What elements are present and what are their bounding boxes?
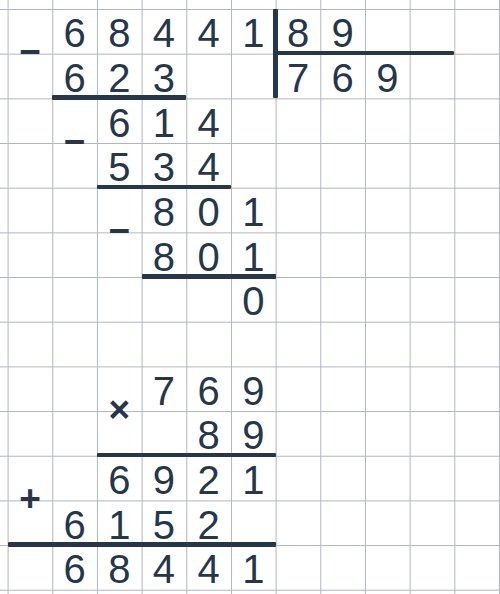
- digit-r8-c5: 9: [231, 366, 276, 411]
- digit-r1-c2: 2: [97, 54, 142, 99]
- digit-r11-c3: 5: [142, 500, 187, 545]
- minus-sign-step2: −: [52, 119, 97, 164]
- digit-r3-c2: 5: [97, 143, 142, 188]
- digit-r4-c3: 8: [142, 188, 187, 233]
- digit-r11-c4: 2: [186, 500, 231, 545]
- digit-r8-c4: 6: [186, 366, 231, 411]
- digit-r1-c7: 6: [320, 54, 365, 99]
- underline-801: [142, 274, 276, 279]
- digit-r2-c3: 1: [142, 98, 187, 143]
- digit-r10-c5: 1: [231, 456, 276, 501]
- digit-r5-c5: 1: [231, 232, 276, 277]
- underline-534: [97, 185, 231, 190]
- digit-r12-c4: 4: [186, 545, 231, 590]
- digit-r2-c2: 6: [97, 98, 142, 143]
- digit-r3-c4: 4: [186, 143, 231, 188]
- digit-r4-c5: 1: [231, 188, 276, 233]
- minus-sign-step1: −: [8, 29, 53, 74]
- digit-r1-c8: 9: [365, 54, 410, 99]
- digit-r0-c3: 4: [142, 9, 187, 54]
- digit-r10-c4: 2: [186, 456, 231, 501]
- digit-r0-c7: 9: [320, 9, 365, 54]
- underline-89: [97, 453, 276, 458]
- digit-r12-c2: 8: [97, 545, 142, 590]
- digit-r1-c6: 7: [276, 54, 321, 99]
- plus-sign: +: [8, 476, 53, 521]
- digit-r10-c2: 6: [97, 456, 142, 501]
- digit-r0-c1: 6: [52, 9, 97, 54]
- digit-r5-c4: 0: [186, 232, 231, 277]
- digit-r11-c1: 6: [52, 500, 97, 545]
- digit-r9-c4: 8: [186, 411, 231, 456]
- digit-r10-c3: 9: [142, 456, 187, 501]
- digit-r0-c4: 4: [186, 9, 231, 54]
- digit-r1-c1: 6: [52, 54, 97, 99]
- digit-r9-c5: 9: [231, 411, 276, 456]
- digit-r2-c4: 4: [186, 98, 231, 143]
- digit-r6-c5: 0: [231, 277, 276, 322]
- digit-r8-c3: 7: [142, 366, 187, 411]
- digit-r1-c3: 3: [142, 54, 187, 99]
- digit-r12-c1: 6: [52, 545, 97, 590]
- digit-r12-c5: 1: [231, 545, 276, 590]
- digit-r0-c6: 8: [276, 9, 321, 54]
- digit-r12-c3: 4: [142, 545, 187, 590]
- digit-r11-c2: 1: [97, 500, 142, 545]
- division-horizontal-bar: [276, 51, 455, 56]
- underline-6152: [8, 542, 276, 547]
- digit-r4-c4: 0: [186, 188, 231, 233]
- digit-r5-c3: 8: [142, 232, 187, 277]
- minus-sign-step3: −: [97, 208, 142, 253]
- digit-r0-c2: 8: [97, 9, 142, 54]
- times-sign: ×: [97, 387, 142, 432]
- digit-r3-c3: 3: [142, 143, 187, 188]
- squared-paper: 6844189623769614534801801076989692161526…: [0, 0, 500, 594]
- underline-623: [52, 95, 186, 100]
- digit-r0-c5: 1: [231, 9, 276, 54]
